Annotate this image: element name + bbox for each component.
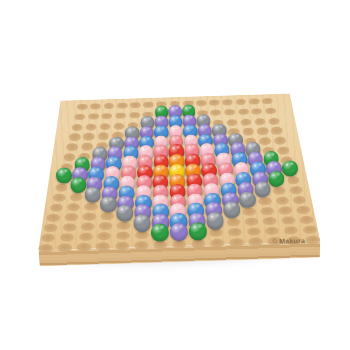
empty-hole [96, 242, 111, 252]
empty-hole [257, 128, 269, 136]
brand-logo: ⌂ Makura [272, 234, 324, 247]
empty-hole [81, 143, 93, 151]
empty-hole [229, 237, 244, 247]
empty-hole [277, 147, 289, 155]
empty-hole [100, 123, 112, 130]
house-icon: ⌂ [272, 237, 277, 245]
ball-green[interactable] [70, 177, 87, 194]
empty-hole [240, 118, 252, 125]
ball-green[interactable] [188, 222, 206, 240]
empty-hole [83, 133, 95, 141]
empty-hole [242, 128, 254, 136]
brand-logo-text: Makura [279, 237, 305, 245]
ball-green[interactable] [282, 160, 298, 176]
ball-grid [0, 0, 345, 6]
empty-hole [274, 137, 286, 145]
empty-hole [98, 133, 110, 141]
board-stage: ⌂ Makura [0, 0, 350, 350]
empty-hole [115, 241, 130, 251]
empty-hole [134, 240, 149, 250]
ball-green[interactable] [56, 167, 72, 183]
empty-hole [57, 243, 72, 253]
empty-hole [86, 123, 98, 130]
empty-hole [248, 237, 263, 247]
empty-hole [77, 242, 92, 252]
empty-hole [66, 143, 78, 151]
empty-hole [268, 117, 280, 124]
empty-hole [38, 243, 53, 253]
empty-hole [63, 153, 75, 161]
empty-hole [254, 118, 266, 125]
empty-hole [226, 119, 238, 126]
empty-hole [271, 127, 283, 135]
empty-hole [72, 123, 84, 130]
empty-hole [210, 238, 225, 248]
empty-hole [69, 133, 81, 141]
ball-purple[interactable] [170, 223, 188, 241]
